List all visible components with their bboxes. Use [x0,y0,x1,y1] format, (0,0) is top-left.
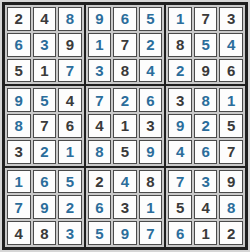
cell-r9c6[interactable]: 7 [139,221,163,245]
cell-r3c8[interactable]: 9 [194,59,218,83]
cell-r9c9[interactable]: 2 [219,221,243,245]
cell-r5c7[interactable]: 9 [168,114,192,138]
cell-r4c2[interactable]: 5 [33,88,57,112]
cell-r4c7[interactable]: 3 [168,88,192,112]
cell-r4c4[interactable]: 7 [88,88,112,112]
cell-r2c8[interactable]: 5 [194,33,218,57]
cell-r1c6[interactable]: 5 [139,7,163,31]
cell-r1c4[interactable]: 9 [88,7,112,31]
cell-r6c7[interactable]: 4 [168,140,192,164]
cell-r2c1[interactable]: 6 [7,33,31,57]
cell-r8c5[interactable]: 3 [113,195,137,219]
cell-r1c1[interactable]: 2 [7,7,31,31]
cell-r3c4[interactable]: 3 [88,59,112,83]
cell-r1c5[interactable]: 6 [113,7,137,31]
cell-r6c8[interactable]: 6 [194,140,218,164]
cell-r6c1[interactable]: 3 [7,140,31,164]
cell-r9c5[interactable]: 9 [113,221,137,245]
sudoku-box-9: 739548612 [165,167,246,248]
cell-r6c4[interactable]: 8 [88,140,112,164]
cell-r9c8[interactable]: 1 [194,221,218,245]
cell-r2c4[interactable]: 1 [88,33,112,57]
cell-r3c1[interactable]: 5 [7,59,31,83]
cell-r2c2[interactable]: 3 [33,33,57,57]
cell-r7c5[interactable]: 4 [113,170,137,194]
cell-r5c1[interactable]: 8 [7,114,31,138]
cell-r4c3[interactable]: 4 [58,88,82,112]
cell-r6c3[interactable]: 1 [58,140,82,164]
cell-r6c2[interactable]: 2 [33,140,57,164]
sudoku-box-2: 965172384 [85,4,166,85]
cell-r8c7[interactable]: 5 [168,195,192,219]
cell-r2c6[interactable]: 2 [139,33,163,57]
cell-r9c4[interactable]: 5 [88,221,112,245]
cell-r8c6[interactable]: 1 [139,195,163,219]
cell-r4c9[interactable]: 1 [219,88,243,112]
cell-r5c3[interactable]: 6 [58,114,82,138]
cell-r5c4[interactable]: 4 [88,114,112,138]
cell-r4c6[interactable]: 6 [139,88,163,112]
cell-r7c8[interactable]: 3 [194,170,218,194]
cell-r3c2[interactable]: 1 [33,59,57,83]
cell-r5c6[interactable]: 3 [139,114,163,138]
cell-r8c8[interactable]: 4 [194,195,218,219]
cell-r7c7[interactable]: 7 [168,170,192,194]
sudoku-box-6: 381925467 [165,85,246,166]
cell-r3c5[interactable]: 8 [113,59,137,83]
cell-r3c9[interactable]: 6 [219,59,243,83]
cell-r7c1[interactable]: 1 [7,170,31,194]
cell-r9c7[interactable]: 6 [168,221,192,245]
cell-r7c3[interactable]: 5 [58,170,82,194]
cell-r8c3[interactable]: 2 [58,195,82,219]
cell-r5c8[interactable]: 2 [194,114,218,138]
sudoku-box-3: 173854296 [165,4,246,85]
cell-r2c3[interactable]: 9 [58,33,82,57]
cell-r1c2[interactable]: 4 [33,7,57,31]
cell-r7c6[interactable]: 8 [139,170,163,194]
cell-r8c9[interactable]: 8 [219,195,243,219]
cell-r5c5[interactable]: 1 [113,114,137,138]
sudoku-box-7: 165792483 [4,167,85,248]
cell-r3c6[interactable]: 4 [139,59,163,83]
cell-r7c9[interactable]: 9 [219,170,243,194]
cell-r4c5[interactable]: 2 [113,88,137,112]
sudoku-board: 2486395179651723841738542969548763217264… [2,2,248,250]
sudoku-box-8: 248631597 [85,167,166,248]
cell-r9c3[interactable]: 3 [58,221,82,245]
cell-r8c4[interactable]: 6 [88,195,112,219]
cell-r9c2[interactable]: 8 [33,221,57,245]
cell-r5c2[interactable]: 7 [33,114,57,138]
cell-r6c5[interactable]: 5 [113,140,137,164]
cell-r1c9[interactable]: 3 [219,7,243,31]
cell-r9c1[interactable]: 4 [7,221,31,245]
cell-r6c9[interactable]: 7 [219,140,243,164]
cell-r6c6[interactable]: 9 [139,140,163,164]
cell-r3c3[interactable]: 7 [58,59,82,83]
cell-r2c5[interactable]: 7 [113,33,137,57]
sudoku-box-5: 726413859 [85,85,166,166]
cell-r8c1[interactable]: 7 [7,195,31,219]
cell-r7c4[interactable]: 2 [88,170,112,194]
cell-r5c9[interactable]: 5 [219,114,243,138]
page-background: 2486395179651723841738542969548763217264… [0,0,250,252]
cell-r4c1[interactable]: 9 [7,88,31,112]
cell-r1c7[interactable]: 1 [168,7,192,31]
sudoku-box-1: 248639517 [4,4,85,85]
cell-r4c8[interactable]: 8 [194,88,218,112]
cell-r2c7[interactable]: 8 [168,33,192,57]
cell-r2c9[interactable]: 4 [219,33,243,57]
cell-r7c2[interactable]: 6 [33,170,57,194]
cell-r1c8[interactable]: 7 [194,7,218,31]
cell-r1c3[interactable]: 8 [58,7,82,31]
cell-r8c2[interactable]: 9 [33,195,57,219]
cell-r3c7[interactable]: 2 [168,59,192,83]
sudoku-box-4: 954876321 [4,85,85,166]
